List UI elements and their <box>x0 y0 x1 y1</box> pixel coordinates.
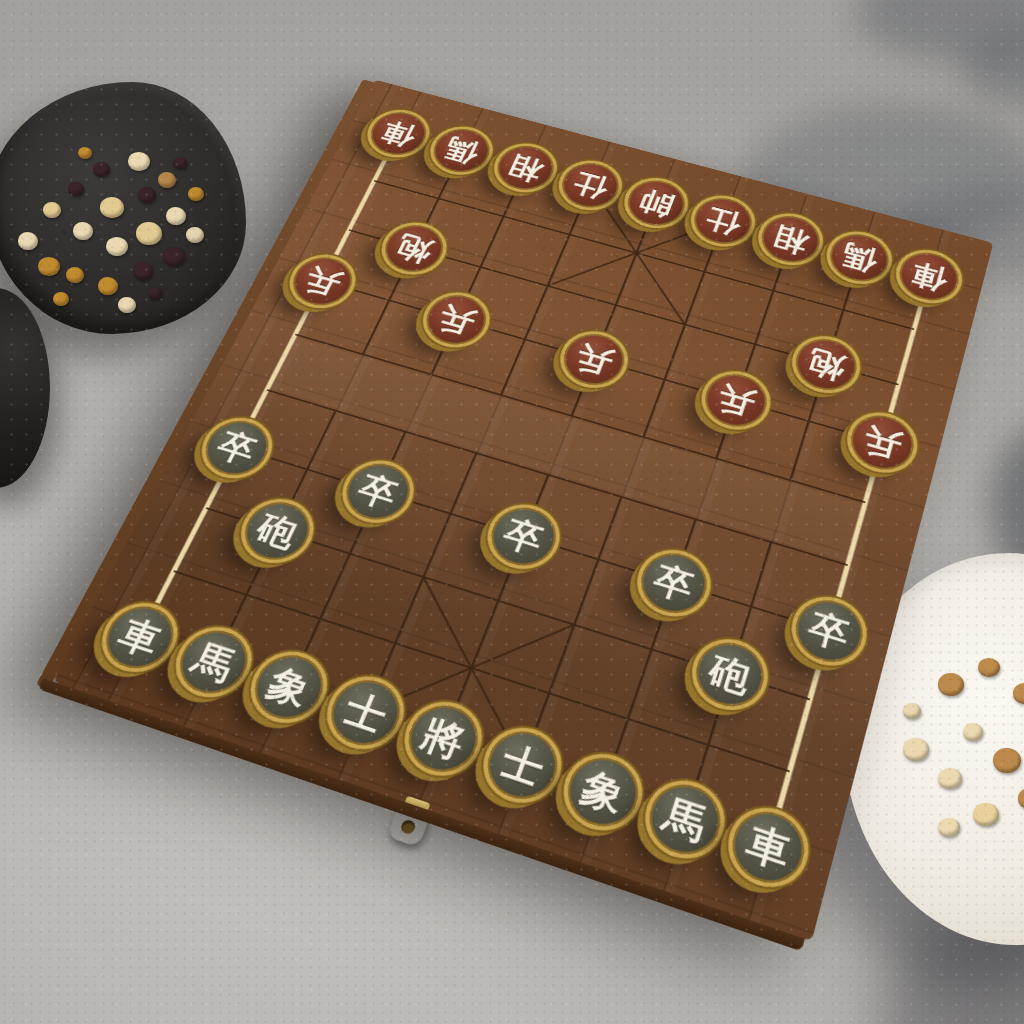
piece-character: 士 <box>339 688 392 737</box>
black-plate <box>0 82 246 334</box>
nut <box>148 287 162 299</box>
piece-character: 卒 <box>805 608 853 654</box>
nut <box>66 267 84 283</box>
piece-red-soldier[interactable]: 兵 <box>845 409 920 477</box>
piece-character: 仕 <box>569 169 611 202</box>
nut <box>133 262 153 280</box>
piece-red-cannon[interactable]: 炮 <box>377 219 452 278</box>
piece-red-horse[interactable]: 傌 <box>824 228 894 287</box>
piece-character: 卒 <box>212 427 261 468</box>
piece-black-general[interactable]: 將 <box>399 697 488 780</box>
piece-red-advisor[interactable]: 仕 <box>555 157 626 213</box>
piece-red-elephant[interactable]: 相 <box>490 140 561 195</box>
piece-red-chariot[interactable]: 俥 <box>362 107 434 161</box>
piece-character: 卒 <box>353 470 402 512</box>
piece-black-chariot[interactable]: 車 <box>95 599 185 677</box>
piece-character: 砲 <box>252 509 303 552</box>
nut <box>903 738 929 761</box>
piece-character: 炮 <box>392 231 437 266</box>
piece-character: 象 <box>262 663 315 711</box>
nut <box>38 257 60 276</box>
piece-character: 傌 <box>838 240 880 275</box>
piece-black-advisor[interactable]: 士 <box>321 672 410 754</box>
piece-character: 車 <box>113 614 167 661</box>
nut <box>188 187 204 201</box>
piece-character: 兵 <box>860 422 905 463</box>
nut <box>158 172 176 188</box>
piece-character: 俥 <box>377 118 420 150</box>
piece-character: 傌 <box>440 134 483 167</box>
piece-character: 兵 <box>713 381 758 420</box>
piece-black-elephant[interactable]: 象 <box>559 749 647 835</box>
piece-black-chariot[interactable]: 車 <box>724 803 811 892</box>
piece-character: 炮 <box>804 345 848 383</box>
nut <box>43 202 61 218</box>
piece-red-soldier[interactable]: 兵 <box>698 368 773 434</box>
nut <box>98 277 118 295</box>
nut <box>68 182 84 196</box>
piece-black-horse[interactable]: 馬 <box>169 623 258 702</box>
piece-red-advisor[interactable]: 仕 <box>687 192 758 250</box>
nut <box>1018 788 1024 809</box>
piece-character: 兵 <box>300 263 346 299</box>
piece-red-chariot[interactable]: 俥 <box>894 247 964 307</box>
piece-character: 俥 <box>908 258 950 294</box>
nut <box>78 147 92 159</box>
nut <box>136 222 162 245</box>
brass-latch[interactable] <box>386 801 432 848</box>
piece-character: 砲 <box>705 650 755 698</box>
piece-character: 車 <box>742 820 794 873</box>
piece-red-cannon[interactable]: 炮 <box>789 333 862 397</box>
piece-red-soldier[interactable]: 兵 <box>418 289 494 351</box>
piece-red-general[interactable]: 帥 <box>621 175 692 232</box>
nut <box>166 207 186 225</box>
trail-mix-nuts <box>0 82 246 334</box>
piece-red-soldier[interactable]: 兵 <box>284 251 361 311</box>
piece-character: 馬 <box>659 793 711 845</box>
piece-character: 仕 <box>702 204 744 238</box>
nut <box>118 297 136 313</box>
nut <box>963 723 983 741</box>
piece-character: 馬 <box>187 638 240 685</box>
nut <box>186 227 204 243</box>
piece-black-soldier[interactable]: 卒 <box>482 500 564 573</box>
nut <box>173 157 187 169</box>
nut <box>978 658 1000 677</box>
piece-red-horse[interactable]: 傌 <box>426 123 497 178</box>
nut <box>938 673 964 696</box>
piece-character: 卒 <box>499 515 548 558</box>
nut <box>938 818 960 837</box>
piece-black-cannon[interactable]: 砲 <box>235 495 320 568</box>
nut <box>106 237 128 256</box>
nut <box>973 803 999 826</box>
piece-black-soldier[interactable]: 卒 <box>789 592 870 670</box>
piece-red-soldier[interactable]: 兵 <box>556 328 632 392</box>
piece-character: 卒 <box>650 561 699 606</box>
piece-red-elephant[interactable]: 相 <box>755 210 825 268</box>
nut <box>100 197 124 218</box>
piece-character: 相 <box>770 222 812 257</box>
piece-black-soldier[interactable]: 卒 <box>633 546 714 621</box>
nut <box>93 162 110 177</box>
nut <box>1013 683 1024 704</box>
piece-character: 將 <box>417 714 470 764</box>
piece-character: 象 <box>577 766 630 818</box>
piece-character: 士 <box>496 740 549 791</box>
nut <box>938 768 962 789</box>
nut <box>163 247 185 266</box>
piece-character: 帥 <box>635 186 677 220</box>
nut <box>53 292 69 306</box>
concrete-surface: 俥傌相仕帥仕相傌俥炮炮兵兵兵兵兵卒卒卒卒卒砲砲車馬象士將士象馬車 <box>0 0 1024 1024</box>
piece-black-advisor[interactable]: 士 <box>478 723 566 808</box>
piece-character: 兵 <box>571 340 616 378</box>
nut <box>993 748 1021 773</box>
piece-character: 相 <box>504 151 547 184</box>
piece-character: 兵 <box>433 301 479 338</box>
piece-black-cannon[interactable]: 砲 <box>688 635 771 715</box>
nut <box>903 703 921 719</box>
nut <box>18 232 38 250</box>
piece-black-soldier[interactable]: 卒 <box>195 414 278 482</box>
piece-black-elephant[interactable]: 象 <box>244 647 333 728</box>
nut <box>128 152 150 171</box>
piece-black-soldier[interactable]: 卒 <box>337 457 419 528</box>
piece-black-horse[interactable]: 馬 <box>641 776 729 864</box>
nut <box>138 187 156 203</box>
nut <box>73 222 93 240</box>
